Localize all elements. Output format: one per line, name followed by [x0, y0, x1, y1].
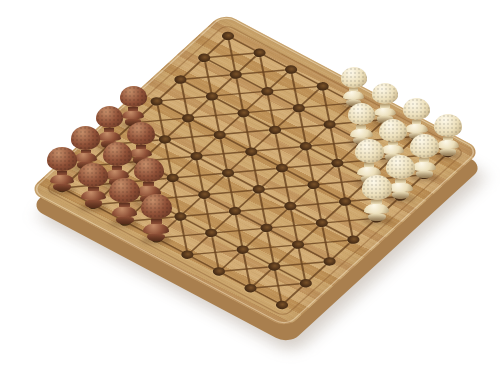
peg-neck	[364, 163, 374, 167]
peg-head	[341, 67, 367, 88]
light-peg-e8[interactable]	[341, 67, 367, 106]
peg-skirt	[50, 175, 74, 184]
peg-head	[434, 114, 462, 137]
peg-skirt	[364, 204, 389, 214]
peg-head	[96, 106, 124, 128]
board-photo-scene	[0, 0, 500, 382]
peg-ground-shadow	[362, 217, 391, 224]
peg-head	[355, 139, 384, 163]
peg-ground-shadow	[141, 237, 171, 244]
peg-skirt	[143, 224, 169, 234]
dark-peg-d1[interactable]	[141, 194, 172, 241]
dark-peg-b1[interactable]	[78, 163, 108, 208]
peg-head	[362, 175, 393, 200]
light-peg-g8[interactable]	[403, 98, 430, 139]
peg-head	[120, 86, 147, 108]
light-peg-f7[interactable]	[348, 103, 376, 144]
peg-skirt	[412, 162, 436, 171]
light-peg-f8[interactable]	[372, 83, 399, 123]
peg-skirt	[374, 108, 396, 116]
peg-neck	[136, 145, 146, 149]
dark-peg-a4[interactable]	[120, 86, 147, 126]
peg-head	[379, 119, 407, 142]
peg-skirt	[437, 140, 460, 149]
dark-peg-a1[interactable]	[47, 147, 76, 191]
peg-layer	[0, 0, 500, 382]
peg-ground-shadow	[48, 187, 76, 194]
dark-peg-c1[interactable]	[109, 178, 140, 224]
peg-ground-shadow	[110, 220, 140, 227]
peg-skirt	[129, 149, 152, 158]
peg-head	[78, 163, 108, 187]
peg-skirt	[343, 91, 364, 99]
peg-skirt	[405, 124, 427, 133]
peg-head	[47, 147, 76, 171]
peg-ground-shadow	[79, 204, 108, 211]
peg-head	[348, 103, 376, 125]
peg-skirt	[74, 153, 97, 162]
peg-head	[109, 178, 140, 203]
peg-skirt	[112, 207, 137, 217]
peg-skirt	[98, 132, 121, 141]
peg-skirt	[81, 191, 106, 200]
peg-head	[141, 194, 172, 219]
peg-skirt	[350, 129, 373, 138]
peg-skirt	[381, 145, 404, 154]
peg-head	[403, 98, 430, 120]
peg-skirt	[122, 111, 144, 119]
light-peg-h5[interactable]	[362, 175, 393, 221]
peg-head	[372, 83, 399, 105]
